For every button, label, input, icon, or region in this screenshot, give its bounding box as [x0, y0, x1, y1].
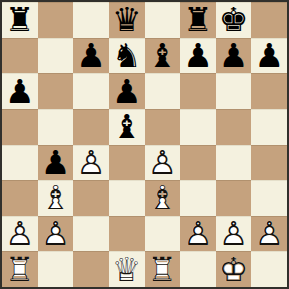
square-f3[interactable]: [180, 180, 216, 216]
square-a8[interactable]: ♜: [2, 2, 38, 38]
square-f6[interactable]: [180, 73, 216, 109]
square-f2[interactable]: ♟♙: [180, 216, 216, 252]
black-pawn[interactable]: ♟: [38, 145, 74, 181]
square-h7[interactable]: ♟: [251, 38, 287, 74]
square-b5[interactable]: [38, 109, 74, 145]
square-h3[interactable]: [251, 180, 287, 216]
square-b7[interactable]: [38, 38, 74, 74]
square-d1[interactable]: ♛♕: [109, 251, 145, 287]
square-b4[interactable]: ♟: [38, 145, 74, 181]
square-h1[interactable]: [251, 251, 287, 287]
square-g2[interactable]: ♟♙: [216, 216, 252, 252]
square-a5[interactable]: [2, 109, 38, 145]
white-pawn[interactable]: ♙: [2, 216, 38, 252]
black-king[interactable]: ♚: [216, 2, 252, 38]
square-g8[interactable]: ♚: [216, 2, 252, 38]
black-pawn[interactable]: ♟: [2, 73, 38, 109]
square-d7[interactable]: ♞: [109, 38, 145, 74]
white-pawn[interactable]: ♙: [216, 216, 252, 252]
white-rook[interactable]: ♖: [145, 251, 181, 287]
square-a6[interactable]: ♟: [2, 73, 38, 109]
white-rook-body: ♜: [145, 251, 181, 287]
white-pawn[interactable]: ♙: [145, 145, 181, 181]
square-d6[interactable]: ♟: [109, 73, 145, 109]
square-b3[interactable]: ♝♗: [38, 180, 74, 216]
black-queen[interactable]: ♛: [109, 2, 145, 38]
white-pawn[interactable]: ♙: [73, 145, 109, 181]
white-pawn[interactable]: ♙: [251, 216, 287, 252]
square-g4[interactable]: [216, 145, 252, 181]
square-h2[interactable]: ♟♙: [251, 216, 287, 252]
black-rook[interactable]: ♜: [180, 2, 216, 38]
white-pawn-body: ♟: [2, 216, 38, 252]
black-pawn[interactable]: ♟: [109, 73, 145, 109]
square-d4[interactable]: [109, 145, 145, 181]
square-a1[interactable]: ♜♖: [2, 251, 38, 287]
square-d5[interactable]: ♝: [109, 109, 145, 145]
square-c3[interactable]: [73, 180, 109, 216]
white-bishop[interactable]: ♗: [145, 180, 181, 216]
square-e5[interactable]: [145, 109, 181, 145]
square-d2[interactable]: [109, 216, 145, 252]
square-f7[interactable]: ♟: [180, 38, 216, 74]
square-e3[interactable]: ♝♗: [145, 180, 181, 216]
square-b6[interactable]: [38, 73, 74, 109]
white-rook-body: ♜: [2, 251, 38, 287]
square-h5[interactable]: [251, 109, 287, 145]
square-f1[interactable]: [180, 251, 216, 287]
square-g6[interactable]: [216, 73, 252, 109]
square-d3[interactable]: [109, 180, 145, 216]
white-rook[interactable]: ♖: [2, 251, 38, 287]
square-h8[interactable]: [251, 2, 287, 38]
square-e4[interactable]: ♟♙: [145, 145, 181, 181]
chess-board: ♜♛♜♚♟♞♝♟♟♟♟♟♝♟♟♙♟♙♝♗♝♗♟♙♟♙♟♙♟♙♟♙♜♖♛♕♜♖♚♔: [0, 0, 289, 289]
square-a2[interactable]: ♟♙: [2, 216, 38, 252]
square-g7[interactable]: ♟: [216, 38, 252, 74]
square-c7[interactable]: ♟: [73, 38, 109, 74]
square-g5[interactable]: [216, 109, 252, 145]
black-pawn[interactable]: ♟: [251, 38, 287, 74]
square-e2[interactable]: [145, 216, 181, 252]
black-bishop[interactable]: ♝: [109, 109, 145, 145]
white-pawn[interactable]: ♙: [180, 216, 216, 252]
square-a7[interactable]: [2, 38, 38, 74]
square-f8[interactable]: ♜: [180, 2, 216, 38]
black-rook[interactable]: ♜: [2, 2, 38, 38]
square-b8[interactable]: [38, 2, 74, 38]
white-bishop[interactable]: ♗: [38, 180, 74, 216]
white-pawn-body: ♟: [38, 216, 74, 252]
square-f4[interactable]: [180, 145, 216, 181]
square-c5[interactable]: [73, 109, 109, 145]
square-b2[interactable]: ♟♙: [38, 216, 74, 252]
square-c2[interactable]: [73, 216, 109, 252]
white-pawn[interactable]: ♙: [38, 216, 74, 252]
square-e6[interactable]: [145, 73, 181, 109]
square-h6[interactable]: [251, 73, 287, 109]
square-d8[interactable]: ♛: [109, 2, 145, 38]
square-b1[interactable]: [38, 251, 74, 287]
square-c1[interactable]: [73, 251, 109, 287]
white-pawn-body: ♟: [145, 145, 181, 181]
black-knight[interactable]: ♞: [109, 38, 145, 74]
white-bishop-body: ♝: [145, 180, 181, 216]
white-king-body: ♚: [216, 251, 252, 287]
square-a3[interactable]: [2, 180, 38, 216]
white-pawn-body: ♟: [73, 145, 109, 181]
white-queen-body: ♛: [109, 251, 145, 287]
black-pawn[interactable]: ♟: [216, 38, 252, 74]
square-g3[interactable]: [216, 180, 252, 216]
square-g1[interactable]: ♚♔: [216, 251, 252, 287]
square-h4[interactable]: [251, 145, 287, 181]
white-bishop-body: ♝: [38, 180, 74, 216]
chess-board-grid: ♜♛♜♚♟♞♝♟♟♟♟♟♝♟♟♙♟♙♝♗♝♗♟♙♟♙♟♙♟♙♟♙♜♖♛♕♜♖♚♔: [2, 2, 287, 287]
white-pawn-body: ♟: [180, 216, 216, 252]
black-bishop[interactable]: ♝: [145, 38, 181, 74]
black-pawn[interactable]: ♟: [180, 38, 216, 74]
white-queen[interactable]: ♕: [109, 251, 145, 287]
white-king[interactable]: ♔: [216, 251, 252, 287]
square-f5[interactable]: [180, 109, 216, 145]
white-pawn-body: ♟: [216, 216, 252, 252]
square-c4[interactable]: ♟♙: [73, 145, 109, 181]
square-a4[interactable]: [2, 145, 38, 181]
square-e8[interactable]: [145, 2, 181, 38]
square-e7[interactable]: ♝: [145, 38, 181, 74]
white-pawn-body: ♟: [251, 216, 287, 252]
black-pawn[interactable]: ♟: [73, 38, 109, 74]
square-c8[interactable]: [73, 2, 109, 38]
square-e1[interactable]: ♜♖: [145, 251, 181, 287]
square-c6[interactable]: [73, 73, 109, 109]
